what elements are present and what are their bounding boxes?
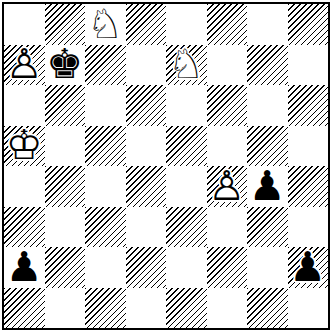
square-c6[interactable] (85, 85, 126, 126)
square-a7[interactable]: ♟♙ (4, 45, 45, 86)
black-king: ♚♚ (45, 45, 86, 86)
square-c3[interactable] (85, 207, 126, 248)
square-g4[interactable]: ♟♟ (247, 166, 288, 207)
square-f1[interactable] (207, 288, 248, 329)
piece-glyph: ♙ (4, 45, 45, 86)
square-b4[interactable] (45, 166, 86, 207)
square-a5[interactable]: ♚♔ (4, 126, 45, 167)
square-d8[interactable] (126, 4, 167, 45)
white-knight: ♞♘ (166, 45, 207, 86)
square-h3[interactable] (288, 207, 329, 248)
square-a8[interactable] (4, 4, 45, 45)
square-c8[interactable]: ♞♘ (85, 4, 126, 45)
square-h6[interactable] (288, 85, 329, 126)
square-a4[interactable] (4, 166, 45, 207)
square-d3[interactable] (126, 207, 167, 248)
square-a3[interactable] (4, 207, 45, 248)
white-pawn: ♟♙ (207, 166, 248, 207)
square-b8[interactable] (45, 4, 86, 45)
chess-diagram: ♞♘♟♙♚♚♞♘♚♔♟♙♟♟♟♟♟♟ (0, 0, 332, 332)
square-d4[interactable] (126, 166, 167, 207)
white-pawn: ♟♙ (4, 45, 45, 86)
square-d5[interactable] (126, 126, 167, 167)
square-b3[interactable] (45, 207, 86, 248)
piece-glyph: ♘ (166, 45, 207, 86)
square-h5[interactable] (288, 126, 329, 167)
square-e6[interactable] (166, 85, 207, 126)
square-g7[interactable] (247, 45, 288, 86)
white-king: ♚♔ (4, 126, 45, 167)
piece-glyph: ♟ (288, 247, 329, 288)
square-f7[interactable] (207, 45, 248, 86)
square-a1[interactable] (4, 288, 45, 329)
piece-glyph: ♟ (247, 166, 288, 207)
square-f2[interactable] (207, 247, 248, 288)
square-d1[interactable] (126, 288, 167, 329)
square-g5[interactable] (247, 126, 288, 167)
square-e3[interactable] (166, 207, 207, 248)
square-b1[interactable] (45, 288, 86, 329)
square-h8[interactable] (288, 4, 329, 45)
square-d7[interactable] (126, 45, 167, 86)
square-e8[interactable] (166, 4, 207, 45)
piece-glyph: ♘ (85, 4, 126, 45)
square-c4[interactable] (85, 166, 126, 207)
square-b6[interactable] (45, 85, 86, 126)
square-b7[interactable]: ♚♚ (45, 45, 86, 86)
piece-glyph: ♟ (4, 247, 45, 288)
square-h2[interactable]: ♟♟ (288, 247, 329, 288)
square-g3[interactable] (247, 207, 288, 248)
square-c1[interactable] (85, 288, 126, 329)
piece-glyph: ♙ (207, 166, 248, 207)
square-f5[interactable] (207, 126, 248, 167)
white-knight: ♞♘ (85, 4, 126, 45)
square-f3[interactable] (207, 207, 248, 248)
square-c5[interactable] (85, 126, 126, 167)
square-c2[interactable] (85, 247, 126, 288)
piece-glyph: ♚ (45, 45, 86, 86)
square-b5[interactable] (45, 126, 86, 167)
square-d6[interactable] (126, 85, 167, 126)
square-e4[interactable] (166, 166, 207, 207)
square-g1[interactable] (247, 288, 288, 329)
square-e1[interactable] (166, 288, 207, 329)
square-g8[interactable] (247, 4, 288, 45)
square-g6[interactable] (247, 85, 288, 126)
square-e7[interactable]: ♞♘ (166, 45, 207, 86)
black-pawn: ♟♟ (4, 247, 45, 288)
chess-board: ♞♘♟♙♚♚♞♘♚♔♟♙♟♟♟♟♟♟ (2, 2, 330, 330)
square-a6[interactable] (4, 85, 45, 126)
square-a2[interactable]: ♟♟ (4, 247, 45, 288)
square-h1[interactable] (288, 288, 329, 329)
black-pawn: ♟♟ (247, 166, 288, 207)
piece-glyph: ♔ (4, 126, 45, 167)
square-g2[interactable] (247, 247, 288, 288)
square-f8[interactable] (207, 4, 248, 45)
square-h4[interactable] (288, 166, 329, 207)
square-h7[interactable] (288, 45, 329, 86)
black-pawn: ♟♟ (288, 247, 329, 288)
square-e5[interactable] (166, 126, 207, 167)
square-e2[interactable] (166, 247, 207, 288)
square-d2[interactable] (126, 247, 167, 288)
square-c7[interactable] (85, 45, 126, 86)
square-f6[interactable] (207, 85, 248, 126)
square-b2[interactable] (45, 247, 86, 288)
square-f4[interactable]: ♟♙ (207, 166, 248, 207)
